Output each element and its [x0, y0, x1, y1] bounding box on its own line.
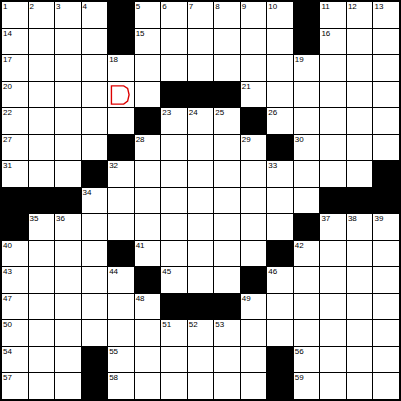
clue-number: 40 [3, 241, 12, 250]
cell-r5c13[interactable] [320, 108, 346, 134]
clue-number: 22 [3, 108, 12, 117]
cell-r2c2[interactable] [29, 29, 55, 55]
cell-r5c9[interactable]: 25 [214, 108, 240, 134]
cell-r15c4 [82, 373, 108, 399]
cell-r9c4[interactable] [82, 214, 108, 240]
cell-r11c9[interactable] [214, 267, 240, 293]
clue-number: 14 [3, 29, 12, 38]
clue-number: 36 [56, 214, 65, 223]
clue-number: 32 [109, 161, 118, 170]
clue-number: 6 [162, 2, 166, 11]
cell-r15c9[interactable] [214, 373, 240, 399]
cell-r15c3[interactable] [55, 373, 81, 399]
cell-r10c7[interactable] [161, 241, 187, 267]
clue-number: 5 [136, 2, 140, 11]
cell-r9c14[interactable]: 38 [347, 214, 373, 240]
cell-r4c14[interactable] [347, 82, 373, 108]
cell-r6c14[interactable] [347, 135, 373, 161]
cell-r8c7[interactable] [161, 188, 187, 214]
clue-number: 25 [215, 108, 224, 117]
cell-r9c7[interactable] [161, 214, 187, 240]
clue-number: 4 [83, 2, 87, 11]
cell-r13c8[interactable]: 52 [188, 320, 214, 346]
cell-r8c14 [347, 188, 373, 214]
cell-r12c6[interactable]: 48 [135, 294, 161, 320]
clue-number: 50 [3, 320, 12, 329]
cell-r5c4[interactable] [82, 108, 108, 134]
cell-r6c11 [267, 135, 293, 161]
cell-r11c11[interactable]: 46 [267, 267, 293, 293]
cell-r4c5[interactable] [108, 82, 134, 108]
cell-r6c1[interactable]: 27 [2, 135, 28, 161]
cell-r6c4[interactable] [82, 135, 108, 161]
clue-number: 57 [3, 373, 12, 382]
cell-r10c2[interactable] [29, 241, 55, 267]
cell-r8c3 [55, 188, 81, 214]
cell-r15c10[interactable] [241, 373, 267, 399]
cell-r10c11 [267, 241, 293, 267]
cell-r9c2[interactable]: 35 [29, 214, 55, 240]
clue-number: 12 [348, 2, 357, 11]
cell-r1c7[interactable]: 6 [161, 2, 187, 28]
cell-r15c5[interactable]: 58 [108, 373, 134, 399]
cell-r5c6 [135, 108, 161, 134]
cell-r13c2[interactable] [29, 320, 55, 346]
cell-r8c11[interactable] [267, 188, 293, 214]
cell-r2c10[interactable] [241, 29, 267, 55]
cell-r15c11 [267, 373, 293, 399]
clue-number: 49 [242, 294, 251, 303]
cell-r7c9[interactable] [214, 161, 240, 187]
cell-r1c8[interactable]: 7 [188, 2, 214, 28]
cell-r1c9[interactable]: 8 [214, 2, 240, 28]
cell-r7c14[interactable] [347, 161, 373, 187]
cell-r8c5[interactable] [108, 188, 134, 214]
cell-r6c2[interactable] [29, 135, 55, 161]
clue-number: 30 [295, 135, 304, 144]
cell-r5c11[interactable]: 26 [267, 108, 293, 134]
clue-number: 17 [3, 55, 12, 64]
cell-r3c7[interactable] [161, 55, 187, 81]
cell-r12c8 [188, 294, 214, 320]
cell-r9c11[interactable] [267, 214, 293, 240]
cell-r13c13[interactable] [320, 320, 346, 346]
cell-r5c5[interactable] [108, 108, 134, 134]
cell-r5c3[interactable] [55, 108, 81, 134]
cell-r2c15[interactable] [373, 29, 399, 55]
cell-r10c14[interactable] [347, 241, 373, 267]
clue-number: 48 [136, 294, 145, 303]
cell-r7c6[interactable] [135, 161, 161, 187]
cell-r7c12[interactable] [294, 161, 320, 187]
cell-r3c3[interactable] [55, 55, 81, 81]
cell-r1c12 [294, 2, 320, 28]
cell-r6c6[interactable]: 28 [135, 135, 161, 161]
cell-r3c8[interactable] [188, 55, 214, 81]
cell-r13c6[interactable] [135, 320, 161, 346]
cell-r15c13[interactable] [320, 373, 346, 399]
cell-r1c2[interactable]: 2 [29, 2, 55, 28]
cell-r6c12[interactable]: 30 [294, 135, 320, 161]
cell-r4c2[interactable] [29, 82, 55, 108]
cell-r6c5 [108, 135, 134, 161]
cell-r11c14[interactable] [347, 267, 373, 293]
cell-r8c1 [2, 188, 28, 214]
cell-r15c8[interactable] [188, 373, 214, 399]
clue-number: 9 [242, 2, 246, 11]
clue-number: 24 [189, 108, 198, 117]
cell-r14c4 [82, 347, 108, 373]
cell-r2c1[interactable]: 14 [2, 29, 28, 55]
cell-r5c8[interactable]: 24 [188, 108, 214, 134]
cell-r14c2[interactable] [29, 347, 55, 373]
cell-r6c8[interactable] [188, 135, 214, 161]
clue-number: 35 [30, 214, 39, 223]
cell-r3c6[interactable] [135, 55, 161, 81]
cell-r1c14[interactable]: 12 [347, 2, 373, 28]
cell-r13c14[interactable] [347, 320, 373, 346]
cell-r7c1[interactable]: 31 [2, 161, 28, 187]
cell-r8c4[interactable]: 34 [82, 188, 108, 214]
cell-r2c13[interactable]: 16 [320, 29, 346, 55]
cell-r2c14[interactable] [347, 29, 373, 55]
cell-r5c12[interactable] [294, 108, 320, 134]
cell-r12c5[interactable] [108, 294, 134, 320]
clue-number: 29 [242, 135, 251, 144]
clue-number: 3 [56, 2, 60, 11]
cell-r11c13[interactable] [320, 267, 346, 293]
clue-number: 37 [321, 214, 330, 223]
cell-r10c5 [108, 241, 134, 267]
cell-r7c5[interactable]: 32 [108, 161, 134, 187]
cell-r13c7[interactable]: 51 [161, 320, 187, 346]
cell-r12c13[interactable] [320, 294, 346, 320]
cell-r9c15[interactable]: 39 [373, 214, 399, 240]
cell-r10c4[interactable] [82, 241, 108, 267]
cell-r3c9[interactable] [214, 55, 240, 81]
crossword-board: 1234567891011121314151617181920212223242… [0, 0, 401, 401]
cell-r10c1[interactable]: 40 [2, 241, 28, 267]
cell-r10c10[interactable] [241, 241, 267, 267]
cell-r12c11[interactable] [267, 294, 293, 320]
cell-r3c13[interactable] [320, 55, 346, 81]
cell-r11c6 [135, 267, 161, 293]
clue-number: 10 [268, 2, 277, 11]
cell-r14c14[interactable] [347, 347, 373, 373]
clue-number: 8 [215, 2, 219, 11]
clue-number: 52 [189, 320, 198, 329]
cell-r1c15[interactable]: 13 [373, 2, 399, 28]
cell-r4c11[interactable] [267, 82, 293, 108]
cell-r1c11[interactable]: 10 [267, 2, 293, 28]
cell-r8c12[interactable] [294, 188, 320, 214]
cell-r10c12[interactable]: 42 [294, 241, 320, 267]
cell-r7c2[interactable] [29, 161, 55, 187]
cell-r7c8[interactable] [188, 161, 214, 187]
cell-r11c7[interactable]: 45 [161, 267, 187, 293]
clue-number: 19 [295, 55, 304, 64]
cell-r6c15[interactable] [373, 135, 399, 161]
cell-r13c9[interactable]: 53 [214, 320, 240, 346]
cell-r1c3[interactable]: 3 [55, 2, 81, 28]
cell-r7c15 [373, 161, 399, 187]
cell-r10c15[interactable] [373, 241, 399, 267]
cell-r4c10[interactable]: 21 [241, 82, 267, 108]
cell-r2c3[interactable] [55, 29, 81, 55]
cell-r7c4 [82, 161, 108, 187]
cell-r14c6[interactable] [135, 347, 161, 373]
cell-r8c9[interactable] [214, 188, 240, 214]
cell-r3c10[interactable] [241, 55, 267, 81]
cell-r13c12[interactable] [294, 320, 320, 346]
cell-r12c1[interactable]: 47 [2, 294, 28, 320]
cell-r5c10 [241, 108, 267, 134]
cell-r5c7[interactable]: 23 [161, 108, 187, 134]
cell-r12c3[interactable] [55, 294, 81, 320]
cell-r13c4[interactable] [82, 320, 108, 346]
cell-r13c11[interactable] [267, 320, 293, 346]
cell-r9c1 [2, 214, 28, 240]
clue-number: 31 [3, 161, 12, 170]
clue-number: 28 [136, 135, 145, 144]
cell-r11c3[interactable] [55, 267, 81, 293]
clue-number: 47 [3, 294, 12, 303]
cell-r11c12[interactable] [294, 267, 320, 293]
clue-number: 44 [109, 267, 118, 276]
cell-r5c2[interactable] [29, 108, 55, 134]
cell-r3c4[interactable] [82, 55, 108, 81]
clue-number: 27 [3, 135, 12, 144]
cell-r4c6[interactable] [135, 82, 161, 108]
cell-r6c3[interactable] [55, 135, 81, 161]
clue-number: 51 [162, 320, 171, 329]
clue-number: 58 [109, 373, 118, 382]
cell-r13c10[interactable] [241, 320, 267, 346]
cell-r14c5[interactable]: 55 [108, 347, 134, 373]
clue-number: 55 [109, 347, 118, 356]
cell-r8c2 [29, 188, 55, 214]
clue-number: 43 [3, 267, 12, 276]
cell-r10c6[interactable]: 41 [135, 241, 161, 267]
clue-number: 33 [268, 161, 277, 170]
cell-r11c8[interactable] [188, 267, 214, 293]
clue-number: 34 [83, 188, 92, 197]
clue-number: 41 [136, 241, 145, 250]
clue-number: 18 [109, 55, 118, 64]
cell-r4c9 [214, 82, 240, 108]
cell-r15c7[interactable] [161, 373, 187, 399]
cell-r14c7[interactable] [161, 347, 187, 373]
cell-r15c1[interactable]: 57 [2, 373, 28, 399]
clue-number: 46 [268, 267, 277, 276]
cell-r9c13[interactable]: 37 [320, 214, 346, 240]
cell-r12c12[interactable] [294, 294, 320, 320]
cell-r9c9[interactable] [214, 214, 240, 240]
clue-number: 45 [162, 267, 171, 276]
cell-r12c10[interactable]: 49 [241, 294, 267, 320]
cell-r2c5 [108, 29, 134, 55]
clue-number: 56 [295, 347, 304, 356]
cell-r1c10[interactable]: 9 [241, 2, 267, 28]
cell-r9c3[interactable]: 36 [55, 214, 81, 240]
cell-r7c7[interactable] [161, 161, 187, 187]
cell-r6c9[interactable] [214, 135, 240, 161]
cell-r5c15[interactable] [373, 108, 399, 134]
clue-number: 13 [374, 2, 383, 11]
cell-r4c8 [188, 82, 214, 108]
cell-r3c12[interactable]: 19 [294, 55, 320, 81]
cell-r14c8[interactable] [188, 347, 214, 373]
cell-r14c9[interactable] [214, 347, 240, 373]
clue-number: 59 [295, 373, 304, 382]
cell-r10c8[interactable] [188, 241, 214, 267]
clue-number: 38 [348, 214, 357, 223]
clue-number: 53 [215, 320, 224, 329]
clue-number: 42 [295, 241, 304, 250]
cell-r9c10[interactable] [241, 214, 267, 240]
cell-r7c10[interactable] [241, 161, 267, 187]
cell-r3c11[interactable] [267, 55, 293, 81]
cell-r1c5 [108, 2, 134, 28]
cell-r15c14[interactable] [347, 373, 373, 399]
cell-r15c15[interactable] [373, 373, 399, 399]
cell-r12c15[interactable] [373, 294, 399, 320]
cell-r3c5[interactable]: 18 [108, 55, 134, 81]
cell-r4c7 [161, 82, 187, 108]
clue-number: 21 [242, 82, 251, 91]
cell-r1c13[interactable]: 11 [320, 2, 346, 28]
cell-r3c15[interactable] [373, 55, 399, 81]
cell-r13c1[interactable]: 50 [2, 320, 28, 346]
cell-r14c11 [267, 347, 293, 373]
cell-r4c12[interactable] [294, 82, 320, 108]
cell-r6c13[interactable] [320, 135, 346, 161]
cell-r3c1[interactable]: 17 [2, 55, 28, 81]
cell-r12c9 [214, 294, 240, 320]
clue-number: 20 [3, 82, 12, 91]
cell-r8c6[interactable] [135, 188, 161, 214]
cell-r14c10[interactable] [241, 347, 267, 373]
cell-r8c8[interactable] [188, 188, 214, 214]
cell-r15c2[interactable] [29, 373, 55, 399]
cell-r12c2[interactable] [29, 294, 55, 320]
cell-r1c4[interactable]: 4 [82, 2, 108, 28]
cell-r10c13[interactable] [320, 241, 346, 267]
clue-number: 54 [3, 347, 12, 356]
cell-r5c1[interactable]: 22 [2, 108, 28, 134]
cell-r7c3[interactable] [55, 161, 81, 187]
cell-r2c8[interactable] [188, 29, 214, 55]
clue-number: 23 [162, 108, 171, 117]
cell-r13c5[interactable] [108, 320, 134, 346]
cell-r2c12 [294, 29, 320, 55]
cell-r3c14[interactable] [347, 55, 373, 81]
cell-r11c4[interactable] [82, 267, 108, 293]
cell-r12c14[interactable] [347, 294, 373, 320]
clue-number: 7 [189, 2, 193, 11]
cell-r2c7[interactable] [161, 29, 187, 55]
cell-r6c7[interactable] [161, 135, 187, 161]
cell-r12c7 [161, 294, 187, 320]
cell-r14c13[interactable] [320, 347, 346, 373]
cell-r4c1[interactable]: 20 [2, 82, 28, 108]
cell-r2c4[interactable] [82, 29, 108, 55]
cell-r2c9[interactable] [214, 29, 240, 55]
cell-r10c9[interactable] [214, 241, 240, 267]
cell-r15c12[interactable]: 59 [294, 373, 320, 399]
cell-r6c10[interactable]: 29 [241, 135, 267, 161]
cell-r10c3[interactable] [55, 241, 81, 267]
clue-number: 1 [3, 2, 7, 11]
cell-r11c15[interactable] [373, 267, 399, 293]
cell-r2c6[interactable]: 15 [135, 29, 161, 55]
cell-r8c13 [320, 188, 346, 214]
cell-r9c5[interactable] [108, 214, 134, 240]
cell-r9c6[interactable] [135, 214, 161, 240]
cell-r8c10[interactable] [241, 188, 267, 214]
cell-r9c8[interactable] [188, 214, 214, 240]
cell-r7c13[interactable] [320, 161, 346, 187]
cell-r11c10 [241, 267, 267, 293]
cell-r13c3[interactable] [55, 320, 81, 346]
clue-number: 11 [321, 2, 329, 11]
cell-r12c4[interactable] [82, 294, 108, 320]
clue-number: 16 [321, 29, 330, 38]
cell-r8c15 [373, 188, 399, 214]
cell-r14c12[interactable]: 56 [294, 347, 320, 373]
clue-number: 15 [136, 29, 145, 38]
cell-r4c4[interactable] [82, 82, 108, 108]
cell-r4c15[interactable] [373, 82, 399, 108]
cell-r11c5[interactable]: 44 [108, 267, 134, 293]
cell-r1c1[interactable]: 1 [2, 2, 28, 28]
cell-r1c6[interactable]: 5 [135, 2, 161, 28]
cell-r9c12 [294, 214, 320, 240]
selection-cursor-icon [108, 82, 134, 108]
cell-r14c1[interactable]: 54 [2, 347, 28, 373]
cell-r13c15[interactable] [373, 320, 399, 346]
clue-number: 2 [30, 2, 34, 11]
cell-r11c1[interactable]: 43 [2, 267, 28, 293]
cell-r11c2[interactable] [29, 267, 55, 293]
cell-r2c11[interactable] [267, 29, 293, 55]
cell-r4c13[interactable] [320, 82, 346, 108]
cell-r14c15[interactable] [373, 347, 399, 373]
cell-r3c2[interactable] [29, 55, 55, 81]
clue-number: 39 [374, 214, 383, 223]
cell-r15c6[interactable] [135, 373, 161, 399]
cell-r5c14[interactable] [347, 108, 373, 134]
cell-r4c3[interactable] [55, 82, 81, 108]
cell-r7c11[interactable]: 33 [267, 161, 293, 187]
clue-number: 26 [268, 108, 277, 117]
cell-r14c3[interactable] [55, 347, 81, 373]
